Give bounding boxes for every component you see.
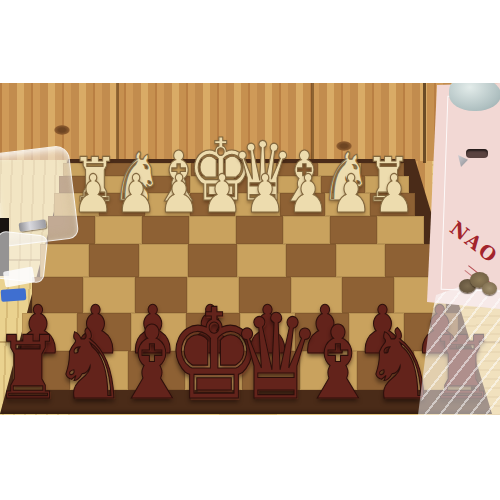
box-handle-slot [466, 149, 488, 158]
plastic-bag-left-lower [0, 231, 48, 284]
porcelain-figurine [449, 83, 500, 111]
white-pawn: ♟ [244, 167, 285, 220]
white-pawn: ♟ [287, 167, 328, 220]
blue-item-in-bag [1, 288, 27, 302]
white-pawn: ♟ [158, 167, 199, 220]
white-pawn: ♟ [330, 167, 371, 220]
white-pawn: ♟ [72, 167, 113, 220]
coin [482, 282, 497, 295]
white-pawn: ♟ [373, 167, 414, 220]
white-pawn: ♟ [115, 167, 156, 220]
white-pawn: ♟ [201, 167, 242, 220]
photo-canvas: ♜♞♝♚♛♝♞♜♟♟♟♟♟♟♟♟♟♟♟♟♟♟♟♟♜♞♝♚♛♝♞♜ NAO [0, 0, 500, 500]
photograph: ♜♞♝♚♛♝♞♜♟♟♟♟♟♟♟♟♟♟♟♟♟♟♟♟♜♞♝♚♛♝♞♜ NAO [0, 83, 500, 415]
